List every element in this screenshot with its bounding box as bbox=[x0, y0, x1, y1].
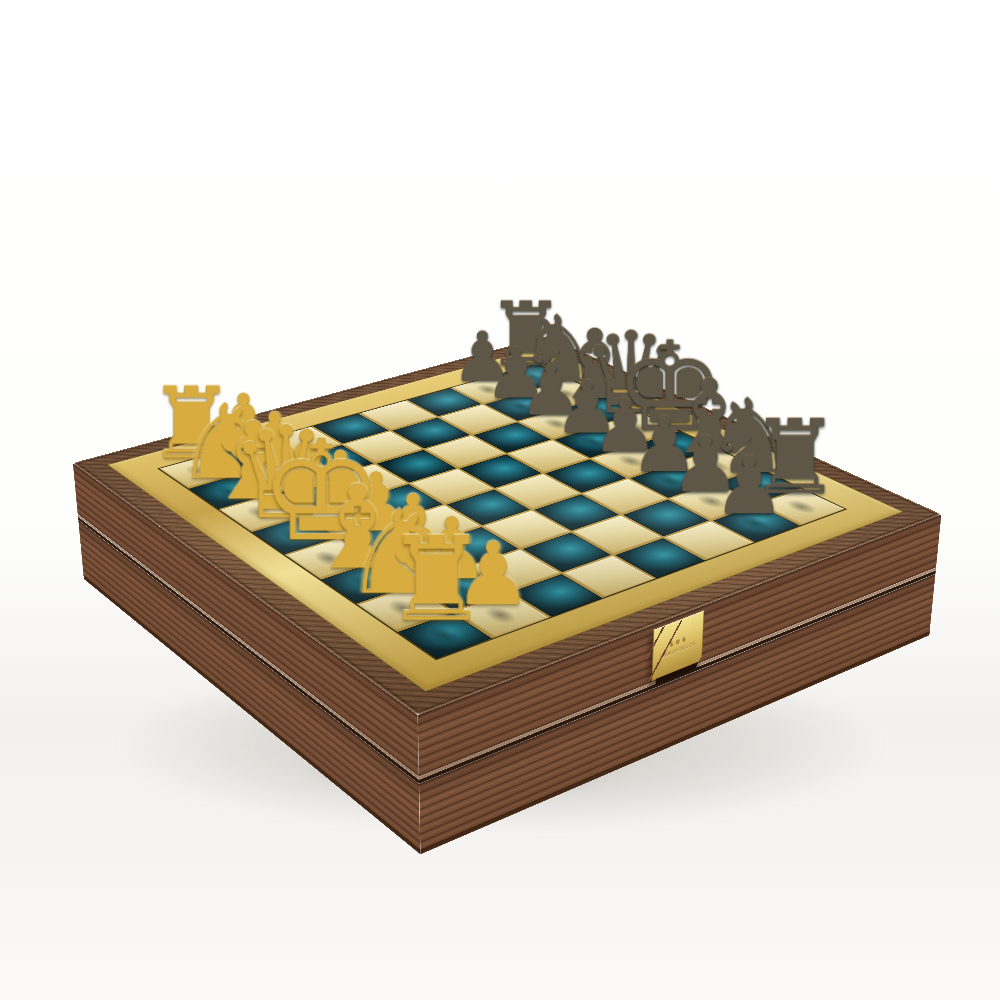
piece-white-rook[interactable]: ♜ bbox=[354, 522, 517, 638]
clasp-brand-text: MANOPOULOS bbox=[660, 641, 696, 660]
chess-case-3d: ♜♞♝♛♚♝♞♜♟♟♟♟♟♟♟♟♟♟♟♟♟♟♟♟♜♞♝♛♚♝♞♜ ♞♚♞ MAN… bbox=[73, 336, 942, 715]
product-photo-scene: ♜♞♝♛♚♝♞♜♟♟♟♟♟♟♟♟♟♟♟♟♟♟♟♟♜♞♝♛♚♝♞♜ ♞♚♞ MAN… bbox=[0, 0, 1000, 1000]
square-h1[interactable]: ♜ bbox=[397, 612, 492, 658]
piece-black-pawn[interactable]: ♟ bbox=[676, 446, 822, 525]
